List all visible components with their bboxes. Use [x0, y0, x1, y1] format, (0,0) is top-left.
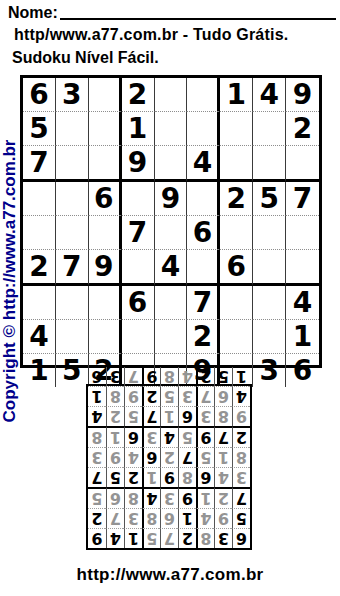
- cell-r7c6[interactable]: 7: [187, 286, 220, 320]
- cell-r5c8[interactable]: [253, 216, 286, 250]
- cell-r3c4[interactable]: 9: [122, 146, 155, 182]
- sol-cell-r9c4: 4: [178, 367, 196, 386]
- sol-cell-r6c9: 8: [88, 426, 106, 447]
- cell-r5c5[interactable]: [155, 216, 188, 250]
- cell-r1c2[interactable]: 3: [56, 78, 89, 112]
- solution-board-rotated: 6382751495941683727219348653468912578157…: [86, 384, 252, 550]
- sol-cell-r4c9: 7: [88, 467, 106, 487]
- sol-cell-r8c2: 6: [214, 386, 232, 406]
- sol-cell-r8c3: 7: [196, 386, 214, 406]
- sol-cell-r2c3: 4: [196, 508, 214, 528]
- cell-r8c3[interactable]: [89, 320, 122, 354]
- sol-cell-r9c6: 9: [142, 367, 160, 386]
- sol-cell-r9c7: 7: [124, 367, 142, 386]
- cell-r2c4[interactable]: 1: [122, 112, 155, 146]
- sudoku-board: 632149512794692577627946674421152936: [20, 75, 322, 368]
- cell-r4c7[interactable]: 2: [220, 182, 253, 216]
- sudoku-print-page: Nome: http/www.a77.com.br - Tudo Grátis.…: [0, 0, 340, 596]
- cell-r3c1[interactable]: 7: [23, 146, 56, 182]
- cell-r3c5[interactable]: [155, 146, 188, 182]
- cell-r6c6[interactable]: [187, 250, 220, 286]
- sol-cell-r1c9: 9: [88, 528, 106, 548]
- cell-r7c7[interactable]: [220, 286, 253, 320]
- sol-cell-r2c5: 6: [160, 508, 178, 528]
- cell-r7c9[interactable]: 4: [286, 286, 319, 320]
- footer-url: http://www.a77.com.br: [20, 565, 320, 585]
- sol-cell-r5c5: 2: [160, 447, 178, 467]
- cell-r7c3[interactable]: [89, 286, 122, 320]
- sol-cell-r5c2: 1: [214, 447, 232, 467]
- cell-r4c5[interactable]: 9: [155, 182, 188, 216]
- sol-cell-r2c9: 2: [88, 508, 106, 528]
- cell-r4c4[interactable]: [122, 182, 155, 216]
- sol-cell-r8c7: 9: [124, 386, 142, 406]
- cell-r2c2[interactable]: [56, 112, 89, 146]
- cell-r6c3[interactable]: 9: [89, 250, 122, 286]
- cell-r2c5[interactable]: [155, 112, 188, 146]
- sol-cell-r5c1: 8: [232, 447, 250, 467]
- sol-cell-r2c1: 5: [232, 508, 250, 528]
- name-label: Nome:: [8, 3, 58, 22]
- cell-r6c9[interactable]: [286, 250, 319, 286]
- cell-r5c6[interactable]: 6: [187, 216, 220, 250]
- sol-cell-r4c8: 5: [106, 467, 124, 487]
- sol-cell-r6c3: 9: [196, 426, 214, 447]
- cell-r8c6[interactable]: 2: [187, 320, 220, 354]
- sol-cell-r3c7: 8: [124, 487, 142, 508]
- cell-r6c7[interactable]: 6: [220, 250, 253, 286]
- sol-cell-r7c8: 2: [106, 406, 124, 426]
- cell-r3c2[interactable]: [56, 146, 89, 182]
- cell-r3c3[interactable]: [89, 146, 122, 182]
- sol-cell-r3c3: 1: [196, 487, 214, 508]
- sol-cell-r4c6: 1: [142, 467, 160, 487]
- cell-r6c4[interactable]: [122, 250, 155, 286]
- sol-cell-r1c8: 4: [106, 528, 124, 548]
- sol-cell-r8c4: 3: [178, 386, 196, 406]
- cell-r6c1[interactable]: 2: [23, 250, 56, 286]
- sol-cell-r3c6: 4: [142, 487, 160, 508]
- sol-cell-r1c5: 7: [160, 528, 178, 548]
- cell-r7c5[interactable]: [155, 286, 188, 320]
- sol-cell-r5c4: 7: [178, 447, 196, 467]
- sol-cell-r9c9: 6: [88, 367, 106, 386]
- sol-cell-r9c1: 1: [232, 367, 250, 386]
- cell-r2c6[interactable]: [187, 112, 220, 146]
- cell-r3c9[interactable]: [286, 146, 319, 182]
- cell-r6c2[interactable]: 7: [56, 250, 89, 286]
- sol-cell-r6c5: 4: [160, 426, 178, 447]
- cell-r4c6[interactable]: [187, 182, 220, 216]
- sol-cell-r3c4: 9: [178, 487, 196, 508]
- sol-cell-r7c9: 4: [88, 406, 106, 426]
- cell-r1c5[interactable]: [155, 78, 188, 112]
- sol-cell-r7c6: 7: [142, 406, 160, 426]
- cell-r5c2[interactable]: [56, 216, 89, 250]
- cell-r8c7[interactable]: [220, 320, 253, 354]
- sol-cell-r9c2: 5: [214, 367, 232, 386]
- cell-r7c4[interactable]: 6: [122, 286, 155, 320]
- sol-cell-r7c5: 1: [160, 406, 178, 426]
- name-blank-line: [60, 4, 336, 20]
- sol-cell-r7c3: 3: [196, 406, 214, 426]
- sol-cell-r2c6: 8: [142, 508, 160, 528]
- cell-r1c7[interactable]: 1: [220, 78, 253, 112]
- sol-cell-r1c7: 1: [124, 528, 142, 548]
- cell-r1c3[interactable]: [89, 78, 122, 112]
- cell-r2c7[interactable]: [220, 112, 253, 146]
- cell-r4c1[interactable]: [23, 182, 56, 216]
- cell-r9c9[interactable]: 6: [286, 354, 319, 387]
- sol-cell-r8c6: 2: [142, 386, 160, 406]
- sol-cell-r6c4: 5: [178, 426, 196, 447]
- puzzle-level-title: Sudoku Nível Fácil.: [12, 49, 159, 67]
- sol-cell-r4c3: 6: [196, 467, 214, 487]
- cell-r5c1[interactable]: [23, 216, 56, 250]
- cell-r8c1[interactable]: 4: [23, 320, 56, 354]
- sol-cell-r5c6: 6: [142, 447, 160, 467]
- sol-cell-r2c2: 9: [214, 508, 232, 528]
- sol-cell-r8c9: 1: [88, 386, 106, 406]
- sol-cell-r3c8: 6: [106, 487, 124, 508]
- cell-r4c3[interactable]: 6: [89, 182, 122, 216]
- cell-r8c5[interactable]: [155, 320, 188, 354]
- sol-cell-r3c2: 2: [214, 487, 232, 508]
- sol-cell-r7c7: 5: [124, 406, 142, 426]
- cell-r7c2[interactable]: [56, 286, 89, 320]
- sol-cell-r5c7: 4: [124, 447, 142, 467]
- cell-r7c1[interactable]: [23, 286, 56, 320]
- sol-cell-r6c2: 7: [214, 426, 232, 447]
- cell-r1c4[interactable]: 2: [122, 78, 155, 112]
- cell-r2c1[interactable]: 5: [23, 112, 56, 146]
- cell-r1c1[interactable]: 6: [23, 78, 56, 112]
- sol-cell-r6c1: 2: [232, 426, 250, 447]
- sol-cell-r1c3: 8: [196, 528, 214, 548]
- cell-r2c8[interactable]: [253, 112, 286, 146]
- sol-cell-r9c3: 2: [196, 367, 214, 386]
- cell-r1c9[interactable]: 9: [286, 78, 319, 112]
- cell-r2c3[interactable]: [89, 112, 122, 146]
- cell-r4c8[interactable]: 5: [253, 182, 286, 216]
- sol-cell-r1c6: 5: [142, 528, 160, 548]
- cell-r4c2[interactable]: [56, 182, 89, 216]
- sol-cell-r4c5: 9: [160, 467, 178, 487]
- cell-r9c8[interactable]: 3: [253, 354, 286, 387]
- cell-r5c9[interactable]: [286, 216, 319, 250]
- sol-cell-r4c4: 8: [178, 467, 196, 487]
- sol-cell-r5c9: 3: [88, 447, 106, 467]
- sol-cell-r7c1: 9: [232, 406, 250, 426]
- cell-r5c4[interactable]: 7: [122, 216, 155, 250]
- cell-r5c3[interactable]: [89, 216, 122, 250]
- sol-cell-r5c8: 9: [106, 447, 124, 467]
- cell-r8c4[interactable]: [122, 320, 155, 354]
- cell-r9c1[interactable]: 1: [23, 354, 56, 387]
- sol-cell-r1c1: 6: [232, 528, 250, 548]
- sol-cell-r5c3: 5: [196, 447, 214, 467]
- sol-cell-r4c2: 4: [214, 467, 232, 487]
- sol-cell-r3c9: 5: [88, 487, 106, 508]
- sol-cell-r3c5: 3: [160, 487, 178, 508]
- cell-r9c2[interactable]: 5: [56, 354, 89, 387]
- sol-cell-r9c8: 3: [106, 367, 124, 386]
- cell-r8c2[interactable]: [56, 320, 89, 354]
- sol-cell-r8c1: 4: [232, 386, 250, 406]
- sol-cell-r6c8: 1: [106, 426, 124, 447]
- cell-r1c6[interactable]: [187, 78, 220, 112]
- cell-r8c9[interactable]: 1: [286, 320, 319, 354]
- cell-r8c8[interactable]: [253, 320, 286, 354]
- cell-r5c7[interactable]: [220, 216, 253, 250]
- sol-cell-r9c5: 8: [160, 367, 178, 386]
- cell-r6c8[interactable]: [253, 250, 286, 286]
- site-tagline: http/www.a77.com.br - Tudo Grátis.: [14, 26, 288, 44]
- cell-r3c6[interactable]: 4: [187, 146, 220, 182]
- sol-cell-r6c7: 6: [124, 426, 142, 447]
- sol-cell-r8c5: 5: [160, 386, 178, 406]
- sol-cell-r2c7: 3: [124, 508, 142, 528]
- sol-cell-r6c6: 3: [142, 426, 160, 447]
- sol-cell-r3c1: 7: [232, 487, 250, 508]
- copyright-vertical-text: Copyright © http://www.a77.com.br: [0, 91, 20, 471]
- sol-cell-r8c8: 8: [106, 386, 124, 406]
- cell-r7c8[interactable]: [253, 286, 286, 320]
- cell-r3c8[interactable]: [253, 146, 286, 182]
- sol-cell-r2c4: 1: [178, 508, 196, 528]
- sol-cell-r4c7: 2: [124, 467, 142, 487]
- cell-r4c9[interactable]: 7: [286, 182, 319, 216]
- sol-cell-r7c4: 6: [178, 406, 196, 426]
- name-row: Nome:: [8, 3, 336, 22]
- cell-r1c8[interactable]: 4: [253, 78, 286, 112]
- cell-r6c5[interactable]: 4: [155, 250, 188, 286]
- cell-r3c7[interactable]: [220, 146, 253, 182]
- cell-r2c9[interactable]: 2: [286, 112, 319, 146]
- sol-cell-r4c1: 3: [232, 467, 250, 487]
- sol-cell-r7c2: 8: [214, 406, 232, 426]
- sol-cell-r1c2: 3: [214, 528, 232, 548]
- sol-cell-r1c4: 2: [178, 528, 196, 548]
- sol-cell-r2c8: 7: [106, 508, 124, 528]
